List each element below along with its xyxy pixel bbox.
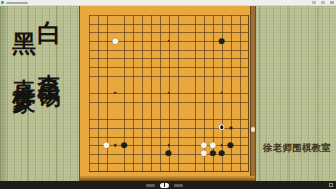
window-controls: [312, 1, 334, 4]
playback-info-text: [174, 184, 183, 187]
fullscreen-icon[interactable]: [329, 183, 334, 187]
stone-black-R4: ●: [226, 140, 235, 149]
white-player-column: 白 李昌锡: [37, 21, 61, 73]
board-frame-bottom: [80, 176, 255, 180]
playbar-controls: [146, 183, 183, 188]
stones-grid: ●●●●●●●●●●●●: [84, 10, 252, 175]
white-player-name: 李昌锡: [38, 55, 61, 73]
minimize-button[interactable]: [312, 1, 316, 4]
stone-black-E4: ●: [120, 140, 129, 149]
black-player-column: 黑 辜梓豪: [12, 32, 36, 78]
board-edge-dot: [251, 127, 255, 132]
window-title-text: [6, 2, 28, 4]
app-icon: [1, 1, 4, 4]
stone-white-C4: ●: [102, 140, 111, 149]
playback-time-text: [146, 184, 155, 187]
last-move-marker: [220, 126, 223, 129]
video-playbar: [0, 181, 336, 189]
window-titlebar: [0, 0, 336, 6]
stone-black-P3: ●: [208, 149, 217, 158]
white-label: 白: [37, 21, 61, 45]
stone-white-Q6: ●: [217, 123, 226, 132]
close-button[interactable]: [330, 1, 334, 4]
stone-black-K3: ●: [164, 149, 173, 158]
play-pause-button[interactable]: [160, 183, 169, 188]
black-label: 黑: [12, 32, 36, 56]
stone-white-O3: ●: [199, 149, 208, 158]
channel-caption: 徐老师围棋教室: [263, 142, 331, 155]
stone-white-D16: ●: [111, 36, 120, 45]
stone-black-Q3: ●: [217, 149, 226, 158]
go-board: ●●●●●●●●●●●●: [79, 5, 256, 181]
black-player-name: 辜梓豪: [13, 60, 36, 78]
stone-black-Q16: ●: [217, 36, 226, 45]
maximize-button[interactable]: [321, 1, 325, 4]
video-frame: 白 李昌锡 黑 辜梓豪 ●●●●●●●●●●●● 徐老师围棋教室: [0, 0, 336, 189]
